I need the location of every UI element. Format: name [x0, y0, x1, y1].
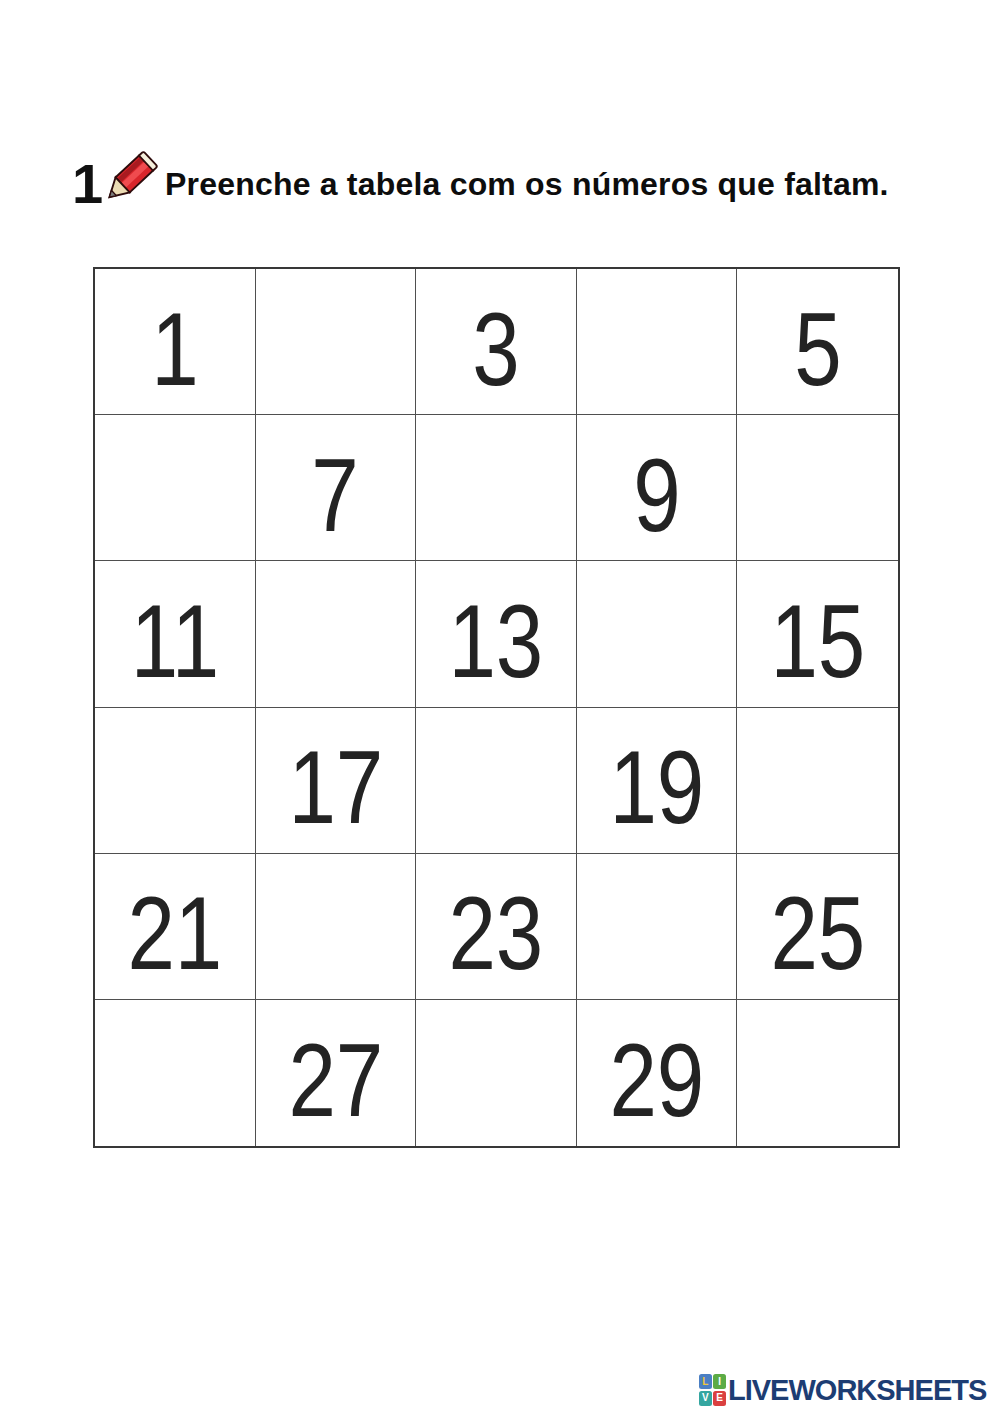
grid-cell-number: 25	[737, 854, 898, 1000]
liveworksheets-logo[interactable]: LIVE LIVEWORKSHEETS	[699, 1372, 986, 1408]
grid-cell-empty[interactable]	[577, 269, 738, 415]
cell-value: 11	[131, 589, 220, 693]
cell-value: 23	[449, 881, 544, 985]
grid-cell-number: 23	[416, 854, 577, 1000]
grid-cell-number: 21	[95, 854, 256, 1000]
cell-value: 3	[472, 297, 519, 401]
logo-tile-i: I	[713, 1374, 726, 1389]
grid-cell-empty[interactable]	[416, 1000, 577, 1146]
grid-cell-empty[interactable]	[256, 269, 417, 415]
cell-value: 15	[770, 589, 865, 693]
cell-value: 9	[633, 443, 680, 547]
cell-value: 1	[151, 297, 198, 401]
logo-tile-v: V	[699, 1391, 712, 1406]
grid-cell-number: 7	[256, 415, 417, 561]
grid-cell-empty[interactable]	[95, 708, 256, 854]
cell-value: 5	[794, 297, 841, 401]
grid-cell-number: 27	[256, 1000, 417, 1146]
grid-cell-empty[interactable]	[577, 561, 738, 707]
grid-cell-number: 29	[577, 1000, 738, 1146]
grid-cell-number: 1	[95, 269, 256, 415]
cell-value: 7	[312, 443, 359, 547]
logo-tile-e: E	[713, 1391, 726, 1406]
grid-cell-empty[interactable]	[256, 854, 417, 1000]
cell-value: 17	[288, 735, 383, 839]
worksheet-header: 1 Preenche a tabela com os números que f…	[0, 148, 1000, 228]
grid-cell-empty[interactable]	[737, 415, 898, 561]
cell-value: 27	[288, 1028, 383, 1132]
grid-cell-empty[interactable]	[95, 415, 256, 561]
grid-cell-number: 19	[577, 708, 738, 854]
grid-cell-number: 13	[416, 561, 577, 707]
liveworksheets-tile-icon: LIVE	[699, 1374, 726, 1406]
cell-value: 25	[770, 881, 865, 985]
missing-numbers-grid: 1357911131517192123252729	[93, 267, 900, 1148]
cell-value: 13	[449, 589, 544, 693]
grid-cell-number: 5	[737, 269, 898, 415]
grid-cell-empty[interactable]	[95, 1000, 256, 1146]
grid-cell-number: 17	[256, 708, 417, 854]
grid-cell-number: 9	[577, 415, 738, 561]
grid-cell-empty[interactable]	[577, 854, 738, 1000]
brand-text: LIVEWORKSHEETS	[728, 1376, 986, 1405]
cell-value: 21	[127, 881, 222, 985]
logo-tile-l: L	[699, 1374, 712, 1389]
grid-cell-empty[interactable]	[416, 708, 577, 854]
grid-cell-empty[interactable]	[256, 561, 417, 707]
pencil-icon	[96, 148, 162, 214]
grid-cell-number: 11	[95, 561, 256, 707]
grid-cell-empty[interactable]	[416, 415, 577, 561]
grid-cell-empty[interactable]	[737, 708, 898, 854]
grid-cell-number: 15	[737, 561, 898, 707]
cell-value: 29	[609, 1028, 704, 1132]
instruction-text: Preenche a tabela com os números que fal…	[165, 166, 945, 203]
cell-value: 19	[609, 735, 704, 839]
grid-cell-number: 3	[416, 269, 577, 415]
grid-cell-empty[interactable]	[737, 1000, 898, 1146]
